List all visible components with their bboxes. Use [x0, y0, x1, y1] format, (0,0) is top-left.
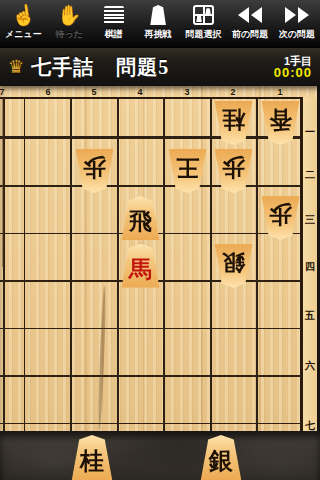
record-lines-icon	[104, 6, 124, 24]
toolbar-button-problem-select[interactable]: 問題選択	[186, 2, 222, 46]
hand-piece-silver[interactable]: 銀	[199, 435, 243, 480]
toolbar-label: 次の問題	[279, 28, 315, 40]
toolbar-button-record[interactable]: 棋譜	[97, 2, 131, 46]
toolbar-button-undo[interactable]: ✋ 待った	[52, 2, 86, 46]
row-label-1: 一	[303, 125, 317, 139]
titlebar: ♛ 七手詰 問題5 1手目 00:00	[0, 47, 320, 86]
problem-grid-icon	[193, 5, 214, 25]
col-label-5: 5	[88, 87, 100, 97]
shogi-piece-icon	[150, 5, 167, 25]
toolbar-button-retry[interactable]: 再挑戦	[141, 2, 175, 46]
col-label-4: 4	[134, 87, 146, 97]
toolbar-button-prev-problem[interactable]: 前の問題	[232, 2, 268, 46]
toolbar-label: 問題選択	[186, 28, 222, 40]
col-label-6: 6	[42, 87, 54, 97]
toolbar-label: 棋譜	[105, 28, 123, 40]
double-arrow-left-icon	[237, 7, 263, 23]
col-label-2: 2	[227, 87, 239, 97]
toolbar-label: メニュー	[5, 28, 42, 40]
col-label-1: 1	[274, 87, 286, 97]
row-label-3: 三	[303, 213, 317, 227]
hand-piece-knight[interactable]: 桂	[70, 435, 114, 480]
toolbar-button-menu[interactable]: ☝ メニュー	[5, 2, 42, 46]
row-label-5: 五	[303, 309, 317, 323]
wood-grain	[2, 97, 4, 267]
puzzle-type-title: 七手詰	[31, 54, 94, 81]
toolbar-label: 前の問題	[232, 28, 268, 40]
status-block: 1手目 00:00	[274, 55, 312, 79]
row-label-2: 二	[303, 168, 317, 182]
app-screen: ☝ メニュー ✋ 待った 棋譜 再挑戦 問題選択 前の問題	[0, 0, 320, 480]
sente-hand-tray: 桂銀	[0, 431, 320, 480]
double-arrow-right-icon	[284, 7, 310, 23]
toolbar: ☝ メニュー ✋ 待った 棋譜 再挑戦 問題選択 前の問題	[0, 0, 320, 47]
problem-number: 問題5	[116, 54, 169, 81]
hand-pointer-icon: ☝	[9, 2, 37, 27]
toolbar-label: 待った	[55, 28, 82, 40]
timer: 00:00	[274, 67, 312, 79]
row-label-6: 六	[303, 359, 317, 373]
row-label-strip: 一 二 三 四 五 六 七	[303, 97, 317, 431]
col-label-7: 7	[0, 87, 8, 97]
toolbar-button-next-problem[interactable]: 次の問題	[279, 2, 315, 46]
row-label-4: 四	[303, 260, 317, 274]
col-label-3: 3	[181, 87, 193, 97]
raised-hand-icon: ✋	[57, 4, 82, 26]
toolbar-label: 再挑戦	[145, 28, 172, 40]
crown-icon: ♛	[8, 57, 24, 77]
